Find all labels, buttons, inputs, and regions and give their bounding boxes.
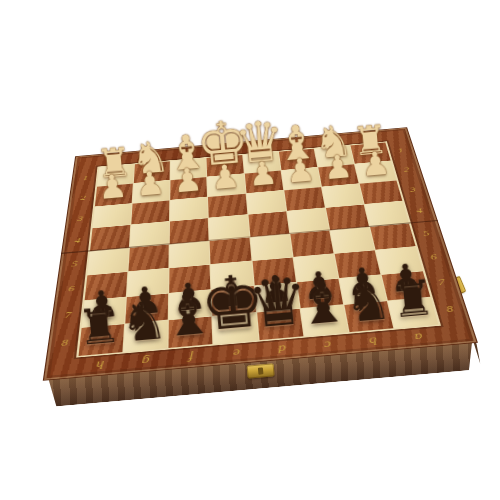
black-rook[interactable]: ♜ — [75, 301, 122, 353]
square-c4[interactable] — [287, 208, 329, 233]
white-pawn[interactable]: ♟ — [360, 147, 391, 181]
black-rook[interactable]: ♜ — [390, 273, 437, 325]
coordinate-label: g — [122, 348, 168, 373]
black-knight[interactable]: ♞ — [342, 273, 394, 330]
square-b2[interactable]: ♟ — [318, 164, 359, 186]
white-pawn[interactable]: ♟ — [285, 153, 316, 187]
chess-board: hgfedcba hgfedcba 12345678 12345678 ♜♞♝♚… — [43, 127, 478, 381]
square-d2[interactable]: ♟ — [244, 171, 283, 194]
square-b3[interactable] — [322, 184, 364, 208]
square-a3[interactable] — [360, 181, 403, 205]
square-d3[interactable] — [246, 191, 286, 215]
square-c2[interactable]: ♟ — [281, 167, 321, 190]
square-f3[interactable] — [170, 197, 208, 221]
coordinate-label: 3 — [65, 207, 94, 231]
square-e4[interactable] — [209, 215, 249, 240]
square-a2[interactable]: ♟ — [355, 161, 396, 183]
square-a4[interactable] — [365, 201, 409, 226]
square-a8[interactable]: ♜ — [388, 297, 439, 328]
square-f2[interactable]: ♟ — [170, 177, 207, 200]
square-h5[interactable] — [87, 248, 129, 275]
square-b8[interactable]: ♞ — [344, 301, 393, 332]
white-pawn[interactable]: ♟ — [96, 170, 127, 204]
square-h4[interactable] — [90, 225, 130, 250]
white-pawn[interactable]: ♟ — [134, 166, 165, 200]
coordinate-label: e — [213, 340, 260, 365]
square-d5[interactable] — [250, 234, 292, 260]
square-h2[interactable]: ♟ — [95, 184, 133, 207]
white-pawn[interactable]: ♟ — [172, 163, 203, 197]
square-d8[interactable]: ♛ — [257, 309, 303, 340]
coordinate-label: b — [348, 328, 398, 353]
white-pawn[interactable]: ♟ — [323, 150, 354, 184]
square-a5[interactable] — [370, 223, 416, 249]
coordinate-label: d — [258, 336, 306, 361]
square-g4[interactable] — [130, 222, 169, 247]
square-b5[interactable] — [330, 227, 374, 253]
coordinate-label: c — [303, 332, 352, 357]
white-pawn[interactable]: ♟ — [209, 160, 240, 194]
square-h8[interactable]: ♜ — [79, 324, 125, 356]
coordinate-label: h — [76, 352, 123, 377]
chess-box: hgfedcba hgfedcba 12345678 12345678 ♜♞♝♚… — [0, 20, 500, 490]
coordinate-label: 8 — [47, 327, 82, 358]
square-g3[interactable] — [131, 201, 169, 225]
coordinate-label: 2 — [68, 187, 97, 210]
coordinate-label: 5 — [59, 251, 90, 277]
square-c8[interactable]: ♝ — [300, 305, 348, 336]
product-photo-scene: hgfedcba hgfedcba 12345678 12345678 ♜♞♝♚… — [0, 0, 500, 500]
coordinate-label: 1 — [71, 167, 99, 188]
board-squares: ♜♞♝♚♛♝♞♜♟♟♟♟♟♟♟♟♟♟♟♟♟♟♟♟♜♞♝♚♛♝♞♜ — [79, 142, 439, 356]
square-g2[interactable]: ♟ — [133, 180, 170, 203]
square-e3[interactable] — [208, 194, 247, 218]
square-c3[interactable] — [284, 187, 325, 211]
brass-latch — [247, 363, 275, 378]
square-e2[interactable]: ♟ — [208, 174, 246, 197]
square-g8[interactable]: ♞ — [124, 320, 168, 352]
coordinate-label: a — [393, 324, 444, 349]
square-g5[interactable] — [129, 244, 169, 271]
square-h3[interactable] — [93, 204, 132, 228]
coordinate-label: f — [168, 344, 214, 369]
square-c5[interactable] — [290, 230, 333, 256]
white-pawn[interactable]: ♟ — [247, 156, 278, 190]
